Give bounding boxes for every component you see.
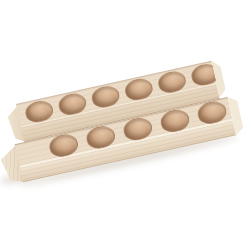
product-photo (0, 0, 250, 250)
